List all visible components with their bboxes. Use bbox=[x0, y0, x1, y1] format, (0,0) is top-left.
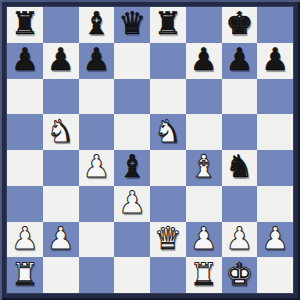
square-a6[interactable] bbox=[7, 79, 43, 115]
square-f8[interactable] bbox=[186, 7, 222, 43]
piece-white-rook-a1[interactable]: ♜ bbox=[11, 259, 39, 290]
square-e2[interactable]: ♛ bbox=[150, 222, 186, 258]
square-g4[interactable]: ♞ bbox=[222, 150, 258, 186]
square-g7[interactable]: ♟ bbox=[222, 43, 258, 79]
square-d7[interactable] bbox=[114, 43, 150, 79]
square-a8[interactable]: ♜ bbox=[7, 7, 43, 43]
piece-white-pawn-a2[interactable]: ♟ bbox=[11, 223, 39, 254]
square-g5[interactable] bbox=[222, 114, 258, 150]
square-c3[interactable] bbox=[79, 186, 115, 222]
piece-black-pawn-a7[interactable]: ♟ bbox=[11, 44, 39, 75]
square-d8[interactable]: ♛ bbox=[114, 7, 150, 43]
chess-board-frame: ♜♝♛♜♚♟♟♟♟♟♟♞♞♟♝♝♞♟♟♟♛♟♟♟♜♜♚ bbox=[0, 0, 300, 300]
square-f6[interactable] bbox=[186, 79, 222, 115]
square-b4[interactable] bbox=[43, 150, 79, 186]
chess-board: ♜♝♛♜♚♟♟♟♟♟♟♞♞♟♝♝♞♟♟♟♛♟♟♟♜♜♚ bbox=[7, 7, 293, 293]
square-c2[interactable] bbox=[79, 222, 115, 258]
square-c7[interactable]: ♟ bbox=[79, 43, 115, 79]
square-b3[interactable] bbox=[43, 186, 79, 222]
piece-black-bishop-d4[interactable]: ♝ bbox=[118, 151, 146, 182]
square-b2[interactable]: ♟ bbox=[43, 222, 79, 258]
square-a5[interactable] bbox=[7, 114, 43, 150]
square-f3[interactable] bbox=[186, 186, 222, 222]
square-d1[interactable] bbox=[114, 257, 150, 293]
square-b5[interactable]: ♞ bbox=[43, 114, 79, 150]
piece-black-queen-d8[interactable]: ♛ bbox=[118, 8, 146, 39]
square-h2[interactable]: ♟ bbox=[257, 222, 293, 258]
square-g8[interactable]: ♚ bbox=[222, 7, 258, 43]
square-h3[interactable] bbox=[257, 186, 293, 222]
square-c1[interactable] bbox=[79, 257, 115, 293]
square-b8[interactable] bbox=[43, 7, 79, 43]
piece-black-pawn-f7[interactable]: ♟ bbox=[190, 44, 218, 75]
square-b6[interactable] bbox=[43, 79, 79, 115]
square-g2[interactable]: ♟ bbox=[222, 222, 258, 258]
square-a2[interactable]: ♟ bbox=[7, 222, 43, 258]
piece-black-pawn-h7[interactable]: ♟ bbox=[261, 44, 289, 75]
square-d2[interactable] bbox=[114, 222, 150, 258]
piece-black-knight-g4[interactable]: ♞ bbox=[225, 151, 253, 182]
piece-black-king-g8[interactable]: ♚ bbox=[225, 8, 253, 39]
square-f5[interactable] bbox=[186, 114, 222, 150]
square-e6[interactable] bbox=[150, 79, 186, 115]
piece-black-bishop-c8[interactable]: ♝ bbox=[82, 8, 110, 39]
square-f4[interactable]: ♝ bbox=[186, 150, 222, 186]
square-e1[interactable] bbox=[150, 257, 186, 293]
square-f2[interactable]: ♟ bbox=[186, 222, 222, 258]
piece-black-pawn-g7[interactable]: ♟ bbox=[225, 44, 253, 75]
piece-white-rook-f1[interactable]: ♜ bbox=[190, 259, 218, 290]
square-h7[interactable]: ♟ bbox=[257, 43, 293, 79]
piece-white-pawn-d3[interactable]: ♟ bbox=[118, 187, 146, 218]
square-g1[interactable]: ♚ bbox=[222, 257, 258, 293]
square-d5[interactable] bbox=[114, 114, 150, 150]
square-d4[interactable]: ♝ bbox=[114, 150, 150, 186]
piece-white-pawn-g2[interactable]: ♟ bbox=[225, 223, 253, 254]
piece-white-bishop-f4[interactable]: ♝ bbox=[190, 151, 218, 182]
square-b7[interactable]: ♟ bbox=[43, 43, 79, 79]
square-a7[interactable]: ♟ bbox=[7, 43, 43, 79]
square-e3[interactable] bbox=[150, 186, 186, 222]
square-h4[interactable] bbox=[257, 150, 293, 186]
square-h8[interactable] bbox=[257, 7, 293, 43]
piece-white-pawn-c4[interactable]: ♟ bbox=[82, 151, 110, 182]
square-h5[interactable] bbox=[257, 114, 293, 150]
piece-black-rook-e8[interactable]: ♜ bbox=[154, 8, 182, 39]
piece-white-pawn-f2[interactable]: ♟ bbox=[190, 223, 218, 254]
square-a1[interactable]: ♜ bbox=[7, 257, 43, 293]
piece-black-pawn-c7[interactable]: ♟ bbox=[82, 44, 110, 75]
piece-white-queen-e2[interactable]: ♛ bbox=[154, 223, 182, 254]
square-d3[interactable]: ♟ bbox=[114, 186, 150, 222]
square-c4[interactable]: ♟ bbox=[79, 150, 115, 186]
piece-white-knight-b5[interactable]: ♞ bbox=[47, 116, 75, 147]
square-a3[interactable] bbox=[7, 186, 43, 222]
piece-white-pawn-h2[interactable]: ♟ bbox=[261, 223, 289, 254]
piece-white-pawn-b2[interactable]: ♟ bbox=[47, 223, 75, 254]
square-f7[interactable]: ♟ bbox=[186, 43, 222, 79]
square-d6[interactable] bbox=[114, 79, 150, 115]
square-c5[interactable] bbox=[79, 114, 115, 150]
square-b1[interactable] bbox=[43, 257, 79, 293]
square-g6[interactable] bbox=[222, 79, 258, 115]
square-e7[interactable] bbox=[150, 43, 186, 79]
square-f1[interactable]: ♜ bbox=[186, 257, 222, 293]
square-h1[interactable] bbox=[257, 257, 293, 293]
piece-black-pawn-b7[interactable]: ♟ bbox=[47, 44, 75, 75]
square-a4[interactable] bbox=[7, 150, 43, 186]
square-g3[interactable] bbox=[222, 186, 258, 222]
square-e8[interactable]: ♜ bbox=[150, 7, 186, 43]
square-c6[interactable] bbox=[79, 79, 115, 115]
square-e5[interactable]: ♞ bbox=[150, 114, 186, 150]
piece-white-king-g1[interactable]: ♚ bbox=[225, 259, 253, 290]
square-e4[interactable] bbox=[150, 150, 186, 186]
piece-white-knight-e5[interactable]: ♞ bbox=[154, 116, 182, 147]
square-c8[interactable]: ♝ bbox=[79, 7, 115, 43]
square-h6[interactable] bbox=[257, 79, 293, 115]
piece-black-rook-a8[interactable]: ♜ bbox=[11, 8, 39, 39]
